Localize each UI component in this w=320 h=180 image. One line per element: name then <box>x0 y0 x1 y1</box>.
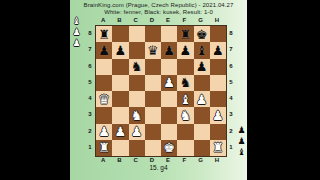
file-label-top-f: F <box>176 16 192 24</box>
black-king-g8: ♚ <box>196 28 208 41</box>
rank-label-right-4: 4 <box>227 90 235 106</box>
captured-black-bishop-icon: ♝ <box>237 147 245 158</box>
square-h4[interactable] <box>210 91 226 107</box>
captured-white-tray: ♝♟♟ <box>71 16 82 49</box>
square-d3[interactable] <box>145 107 161 123</box>
square-f5[interactable]: ♞ <box>177 75 193 91</box>
square-g1[interactable] <box>194 140 210 156</box>
white-pawn-b2: ♟ <box>115 125 127 138</box>
square-a7[interactable]: ♟ <box>96 42 112 58</box>
black-knight-f5: ♞ <box>180 76 192 89</box>
rank-label-right-7: 7 <box>227 41 235 57</box>
square-h2[interactable] <box>210 124 226 140</box>
square-e6[interactable] <box>161 59 177 75</box>
square-c3[interactable]: ♞ <box>129 107 145 123</box>
square-e3[interactable] <box>161 107 177 123</box>
white-king-e1: ♚ <box>163 141 175 154</box>
file-label-bottom-e: E <box>160 156 176 164</box>
captured-white-pawn-icon: ♟ <box>72 38 80 49</box>
square-c6[interactable]: ♞ <box>129 59 145 75</box>
move-label: 15. g4 <box>70 164 247 171</box>
black-knight-c6: ♞ <box>131 60 143 73</box>
rank-label-left-1: 1 <box>86 139 94 155</box>
square-f4[interactable]: ♝ <box>177 91 193 107</box>
square-f8[interactable]: ♜ <box>177 26 193 42</box>
square-b5[interactable] <box>112 75 128 91</box>
square-e8[interactable] <box>161 26 177 42</box>
rank-label-right-3: 3 <box>227 106 235 122</box>
square-d4[interactable] <box>145 91 161 107</box>
white-pawn-g4: ♟ <box>196 93 208 106</box>
white-knight-c3: ♞ <box>131 109 143 122</box>
square-g5[interactable] <box>194 75 210 91</box>
black-pawn-a7: ♟ <box>98 44 110 57</box>
square-b2[interactable]: ♟ <box>112 124 128 140</box>
rank-label-right-6: 6 <box>227 58 235 74</box>
file-labels-bottom: ABCDEFGH <box>95 156 225 164</box>
white-pawn-h3: ♟ <box>212 109 224 122</box>
square-c1[interactable] <box>129 140 145 156</box>
file-label-top-b: B <box>111 16 127 24</box>
square-g8[interactable]: ♚ <box>194 26 210 42</box>
file-label-bottom-b: B <box>111 156 127 164</box>
square-e5[interactable]: ♟ <box>161 75 177 91</box>
white-queen-a4: ♛ <box>98 93 110 106</box>
white-rook-a1: ♜ <box>98 141 110 154</box>
rank-label-left-7: 7 <box>86 41 94 57</box>
square-b4[interactable] <box>112 91 128 107</box>
file-label-bottom-a: A <box>95 156 111 164</box>
square-g6[interactable]: ♟ <box>194 59 210 75</box>
rank-label-right-5: 5 <box>227 74 235 90</box>
rank-label-left-5: 5 <box>86 74 94 90</box>
square-a6[interactable] <box>96 59 112 75</box>
square-d7[interactable]: ♛ <box>145 42 161 58</box>
chess-board: ♜♜♚♟♟♛♟♟♝♟♞♟♟♞♛♝♟♞♞♟♟♟♟♜♚♜ <box>95 25 227 157</box>
black-pawn-f7: ♟ <box>180 44 192 57</box>
square-d5[interactable] <box>145 75 161 91</box>
white-rook-h1: ♜ <box>212 141 224 154</box>
black-pawn-g6: ♟ <box>196 60 208 73</box>
captured-black-pawn-icon: ♟ <box>237 125 245 136</box>
square-b3[interactable] <box>112 107 128 123</box>
square-h1[interactable]: ♜ <box>210 140 226 156</box>
file-label-top-h: H <box>209 16 225 24</box>
captured-white-pawn-icon: ♟ <box>72 27 80 38</box>
rank-label-right-8: 8 <box>227 25 235 41</box>
game-source-header: BrainKing.com (Prague, Czech Republic) -… <box>70 2 247 9</box>
square-d1[interactable] <box>145 140 161 156</box>
square-f1[interactable] <box>177 140 193 156</box>
square-b8[interactable] <box>112 26 128 42</box>
square-d2[interactable] <box>145 124 161 140</box>
black-rook-a8: ♜ <box>98 28 110 41</box>
square-h8[interactable] <box>210 26 226 42</box>
square-g7[interactable]: ♝ <box>194 42 210 58</box>
square-a4[interactable]: ♛ <box>96 91 112 107</box>
square-c8[interactable] <box>129 26 145 42</box>
square-a2[interactable]: ♟ <box>96 124 112 140</box>
file-label-top-g: G <box>193 16 209 24</box>
square-d8[interactable] <box>145 26 161 42</box>
square-b7[interactable]: ♟ <box>112 42 128 58</box>
black-pawn-h7: ♟ <box>212 44 224 57</box>
square-g2[interactable] <box>194 124 210 140</box>
square-c7[interactable] <box>129 42 145 58</box>
white-pawn-e5: ♟ <box>163 76 175 89</box>
file-label-bottom-h: H <box>209 156 225 164</box>
white-knight-f3: ♞ <box>180 109 192 122</box>
square-c2[interactable]: ♟ <box>129 124 145 140</box>
square-a8[interactable]: ♜ <box>96 26 112 42</box>
square-e7[interactable]: ♟ <box>161 42 177 58</box>
black-pawn-e7: ♟ <box>163 44 175 57</box>
square-h3[interactable]: ♟ <box>210 107 226 123</box>
square-h7[interactable]: ♟ <box>210 42 226 58</box>
captured-black-tray: ♟♟♝ <box>236 125 247 158</box>
file-label-bottom-d: D <box>144 156 160 164</box>
file-label-top-d: D <box>144 16 160 24</box>
square-e4[interactable] <box>161 91 177 107</box>
rank-label-left-4: 4 <box>86 90 94 106</box>
square-f7[interactable]: ♟ <box>177 42 193 58</box>
square-a3[interactable] <box>96 107 112 123</box>
file-label-bottom-f: F <box>176 156 192 164</box>
file-label-top-e: E <box>160 16 176 24</box>
rank-label-left-2: 2 <box>86 123 94 139</box>
square-h6[interactable] <box>210 59 226 75</box>
rank-label-left-6: 6 <box>86 58 94 74</box>
square-f3[interactable]: ♞ <box>177 107 193 123</box>
square-b6[interactable] <box>112 59 128 75</box>
file-label-top-c: C <box>128 16 144 24</box>
rank-label-right-2: 2 <box>227 123 235 139</box>
square-h5[interactable] <box>210 75 226 91</box>
rank-label-right-1: 1 <box>227 139 235 155</box>
black-rook-f8: ♜ <box>180 28 192 41</box>
square-e2[interactable] <box>161 124 177 140</box>
file-labels-top: ABCDEFGH <box>95 16 225 24</box>
square-c5[interactable] <box>129 75 145 91</box>
rank-labels-left: 87654321 <box>86 25 94 155</box>
square-g4[interactable]: ♟ <box>194 91 210 107</box>
file-label-bottom-c: C <box>128 156 144 164</box>
square-f6[interactable] <box>177 59 193 75</box>
rank-label-left-3: 3 <box>86 106 94 122</box>
rank-label-left-8: 8 <box>86 25 94 41</box>
black-pawn-b7: ♟ <box>115 44 127 57</box>
square-g3[interactable] <box>194 107 210 123</box>
square-f2[interactable] <box>177 124 193 140</box>
white-pawn-a2: ♟ <box>98 125 110 138</box>
square-a1[interactable]: ♜ <box>96 140 112 156</box>
square-b1[interactable] <box>112 140 128 156</box>
rank-labels-right: 87654321 <box>227 25 235 155</box>
square-e1[interactable]: ♚ <box>161 140 177 156</box>
letterbox-frame: BrainKing.com (Prague, Czech Republic) -… <box>0 0 320 180</box>
white-pawn-c2: ♟ <box>131 125 143 138</box>
players-result-header: White: fenner, Black: kusek, Result: 1-0 <box>70 9 247 16</box>
file-label-top-a: A <box>95 16 111 24</box>
file-label-bottom-g: G <box>193 156 209 164</box>
black-bishop-g7: ♝ <box>196 44 208 57</box>
captured-white-bishop-icon: ♝ <box>72 16 80 27</box>
white-bishop-f4: ♝ <box>180 93 192 106</box>
black-queen-d7: ♛ <box>147 44 159 57</box>
square-d6[interactable] <box>145 59 161 75</box>
square-a5[interactable] <box>96 75 112 91</box>
captured-black-pawn-icon: ♟ <box>237 136 245 147</box>
square-c4[interactable] <box>129 91 145 107</box>
